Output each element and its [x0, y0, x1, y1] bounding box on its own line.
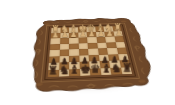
- white-pawn-g2[interactable]: ♟: [59, 28, 68, 38]
- square-h3[interactable]: [50, 38, 60, 44]
- square-e3[interactable]: [78, 37, 88, 43]
- chess-board: ♜♞♝♛♚♝♞♜♟♟♟♟♟♟♟♟♟♟♟♟♟♟♟♟♜♞♝♛♚♝♞♜: [22, 15, 159, 94]
- black-king-e8[interactable]: ♚: [79, 61, 90, 74]
- square-e4[interactable]: [78, 42, 88, 48]
- white-pawn-h2[interactable]: ♟: [50, 29, 59, 39]
- white-pawn-a2[interactable]: ♟: [114, 27, 123, 36]
- white-pawn-e2[interactable]: ♟: [78, 28, 87, 38]
- black-bishop-c8[interactable]: ♝: [100, 60, 110, 73]
- black-bishop-f8[interactable]: ♝: [69, 61, 80, 74]
- white-pawn-c2[interactable]: ♟: [96, 27, 105, 36]
- square-f3[interactable]: [68, 37, 77, 43]
- square-g4[interactable]: [59, 43, 69, 49]
- black-queen-d8[interactable]: ♛: [90, 60, 101, 73]
- black-rook-h8[interactable]: ♜: [47, 62, 58, 75]
- black-rook-a8[interactable]: ♜: [121, 59, 131, 72]
- square-c3[interactable]: [96, 36, 106, 42]
- square-h4[interactable]: [49, 43, 59, 49]
- square-b3[interactable]: [105, 36, 115, 42]
- square-d4[interactable]: [87, 42, 97, 48]
- square-b4[interactable]: [105, 42, 115, 48]
- square-g3[interactable]: [59, 37, 68, 43]
- chess-scene: ♜♞♝♛♚♝♞♜♟♟♟♟♟♟♟♟♟♟♟♟♟♟♟♟♜♞♝♛♚♝♞♜: [0, 0, 175, 105]
- square-f4[interactable]: [68, 43, 78, 49]
- black-knight-g8[interactable]: ♞: [58, 61, 69, 74]
- square-d3[interactable]: [87, 37, 97, 43]
- product-photo: ♜♞♝♛♚♝♞♜♟♟♟♟♟♟♟♟♟♟♟♟♟♟♟♟♜♞♝♛♚♝♞♜: [0, 0, 175, 105]
- square-c4[interactable]: [96, 42, 106, 48]
- white-pawn-f2[interactable]: ♟: [68, 28, 77, 38]
- white-pawn-d2[interactable]: ♟: [87, 27, 96, 37]
- white-pawn-b2[interactable]: ♟: [105, 27, 114, 36]
- black-knight-b8[interactable]: ♞: [111, 60, 121, 73]
